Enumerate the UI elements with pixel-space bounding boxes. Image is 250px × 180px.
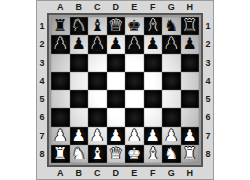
square-D6[interactable] (107, 108, 126, 126)
black-pawn: ♟ (109, 36, 123, 52)
file-label-G: G (162, 167, 181, 179)
square-E6[interactable] (125, 108, 144, 126)
rank-label-1: 1 (37, 17, 47, 35)
square-C6[interactable] (88, 108, 107, 126)
black-king: ♚ (127, 18, 141, 34)
rank-labels-right: 12345678 (203, 17, 213, 163)
file-labels-bottom: ABCDEFGH (51, 167, 199, 179)
square-H3[interactable] (181, 54, 200, 72)
square-D3[interactable] (107, 54, 126, 72)
white-bishop: ♝ (90, 145, 104, 161)
square-B2[interactable]: ♟ (70, 35, 89, 53)
file-label-D: D (107, 1, 126, 13)
square-F8[interactable]: ♝ (144, 145, 163, 163)
rank-label-8: 8 (37, 145, 47, 163)
white-king: ♚ (127, 145, 141, 161)
square-B5[interactable] (70, 90, 89, 108)
black-bishop: ♝ (146, 18, 160, 34)
white-bishop: ♝ (146, 145, 160, 161)
square-F2[interactable]: ♟ (144, 35, 163, 53)
rank-label-8: 8 (203, 145, 213, 163)
square-F7[interactable]: ♟ (144, 127, 163, 145)
square-A7[interactable]: ♟ (51, 127, 70, 145)
black-pawn: ♟ (53, 36, 67, 52)
square-C2[interactable]: ♟ (88, 35, 107, 53)
square-C4[interactable] (88, 72, 107, 90)
rank-label-3: 3 (203, 54, 213, 72)
square-D1[interactable]: ♛ (107, 17, 126, 35)
rank-label-5: 5 (37, 90, 47, 108)
square-E4[interactable] (125, 72, 144, 90)
square-F5[interactable] (144, 90, 163, 108)
file-label-E: E (125, 167, 144, 179)
square-G6[interactable] (162, 108, 181, 126)
square-B6[interactable] (70, 108, 89, 126)
square-B8[interactable]: ♞ (70, 145, 89, 163)
rank-label-3: 3 (37, 54, 47, 72)
square-D4[interactable] (107, 72, 126, 90)
black-pawn: ♟ (164, 36, 178, 52)
file-label-E: E (125, 1, 144, 13)
square-B1[interactable]: ♞ (70, 17, 89, 35)
file-label-H: H (181, 167, 200, 179)
square-F6[interactable] (144, 108, 163, 126)
square-F3[interactable] (144, 54, 163, 72)
rank-label-4: 4 (203, 72, 213, 90)
square-C8[interactable]: ♝ (88, 145, 107, 163)
file-label-C: C (88, 1, 107, 13)
board-frame: ♜♞♝♛♚♝♞♜♟♟♟♟♟♟♟♟♟♟♟♟♟♟♟♟♜♞♝♛♚♝♞♜ (47, 13, 203, 167)
file-label-A: A (51, 167, 70, 179)
file-label-H: H (181, 1, 200, 13)
rank-label-7: 7 (203, 127, 213, 145)
square-E2[interactable]: ♟ (125, 35, 144, 53)
square-A3[interactable] (51, 54, 70, 72)
black-pawn: ♟ (127, 36, 141, 52)
black-pawn: ♟ (90, 36, 104, 52)
rank-label-5: 5 (203, 90, 213, 108)
black-pawn: ♟ (146, 36, 160, 52)
square-D5[interactable] (107, 90, 126, 108)
chess-diagram-canvas: ABCDEFGH 12345678 ♜♞♝♛♚♝♞♜♟♟♟♟♟♟♟♟♟♟♟♟♟♟… (0, 0, 250, 180)
chess-board: ♜♞♝♛♚♝♞♜♟♟♟♟♟♟♟♟♟♟♟♟♟♟♟♟♜♞♝♛♚♝♞♜ (51, 17, 199, 163)
square-H8[interactable]: ♜ (181, 145, 200, 163)
square-H6[interactable] (181, 108, 200, 126)
white-rook: ♜ (183, 145, 197, 161)
square-B7[interactable]: ♟ (70, 127, 89, 145)
white-queen: ♛ (109, 145, 123, 161)
square-E7[interactable]: ♟ (125, 127, 144, 145)
white-pawn: ♟ (90, 127, 104, 143)
rank-label-4: 4 (37, 72, 47, 90)
white-pawn: ♟ (164, 127, 178, 143)
file-label-F: F (144, 1, 163, 13)
square-G4[interactable] (162, 72, 181, 90)
rank-label-1: 1 (203, 17, 213, 35)
square-F1[interactable]: ♝ (144, 17, 163, 35)
square-A5[interactable] (51, 90, 70, 108)
square-A2[interactable]: ♟ (51, 35, 70, 53)
square-A4[interactable] (51, 72, 70, 90)
square-G2[interactable]: ♟ (162, 35, 181, 53)
black-rook: ♜ (53, 18, 67, 34)
rank-label-2: 2 (37, 35, 47, 53)
black-pawn: ♟ (183, 36, 197, 52)
square-B3[interactable] (70, 54, 89, 72)
black-knight: ♞ (164, 18, 178, 34)
file-labels-top: ABCDEFGH (51, 1, 199, 13)
square-G5[interactable] (162, 90, 181, 108)
file-label-B: B (70, 167, 89, 179)
rank-labels-left: 12345678 (37, 17, 47, 163)
white-pawn: ♟ (127, 127, 141, 143)
black-bishop: ♝ (90, 18, 104, 34)
square-H1[interactable]: ♜ (181, 17, 200, 35)
square-G1[interactable]: ♞ (162, 17, 181, 35)
square-G3[interactable] (162, 54, 181, 72)
white-knight: ♞ (72, 145, 86, 161)
square-A6[interactable] (51, 108, 70, 126)
black-queen: ♛ (109, 18, 123, 34)
white-pawn: ♟ (146, 127, 160, 143)
file-label-F: F (144, 167, 163, 179)
square-E3[interactable] (125, 54, 144, 72)
file-label-B: B (70, 1, 89, 13)
square-E1[interactable]: ♚ (125, 17, 144, 35)
square-A8[interactable]: ♜ (51, 145, 70, 163)
square-H5[interactable] (181, 90, 200, 108)
rank-label-2: 2 (203, 35, 213, 53)
square-G8[interactable]: ♞ (162, 145, 181, 163)
board-middle-band: 12345678 ♜♞♝♛♚♝♞♜♟♟♟♟♟♟♟♟♟♟♟♟♟♟♟♟♜♞♝♛♚♝♞… (37, 13, 213, 167)
black-rook: ♜ (183, 18, 197, 34)
white-pawn: ♟ (109, 127, 123, 143)
white-pawn: ♟ (72, 127, 86, 143)
file-label-A: A (51, 1, 70, 13)
chess-board-graphic: ABCDEFGH 12345678 ♜♞♝♛♚♝♞♜♟♟♟♟♟♟♟♟♟♟♟♟♟♟… (36, 0, 214, 180)
square-D7[interactable]: ♟ (107, 127, 126, 145)
square-C5[interactable] (88, 90, 107, 108)
square-G7[interactable]: ♟ (162, 127, 181, 145)
square-E5[interactable] (125, 90, 144, 108)
square-C1[interactable]: ♝ (88, 17, 107, 35)
rank-label-6: 6 (37, 108, 47, 126)
square-D8[interactable]: ♛ (107, 145, 126, 163)
white-pawn: ♟ (53, 127, 67, 143)
white-rook: ♜ (53, 145, 67, 161)
square-A1[interactable]: ♜ (51, 17, 70, 35)
black-knight: ♞ (72, 18, 86, 34)
white-knight: ♞ (164, 145, 178, 161)
square-H7[interactable]: ♟ (181, 127, 200, 145)
square-C7[interactable]: ♟ (88, 127, 107, 145)
white-pawn: ♟ (183, 127, 197, 143)
square-D2[interactable]: ♟ (107, 35, 126, 53)
file-label-G: G (162, 1, 181, 13)
file-label-C: C (88, 167, 107, 179)
square-H4[interactable] (181, 72, 200, 90)
rank-label-6: 6 (203, 108, 213, 126)
black-pawn: ♟ (72, 36, 86, 52)
square-H2[interactable]: ♟ (181, 35, 200, 53)
square-F4[interactable] (144, 72, 163, 90)
square-C3[interactable] (88, 54, 107, 72)
file-label-D: D (107, 167, 126, 179)
square-E8[interactable]: ♚ (125, 145, 144, 163)
square-B4[interactable] (70, 72, 89, 90)
rank-label-7: 7 (37, 127, 47, 145)
